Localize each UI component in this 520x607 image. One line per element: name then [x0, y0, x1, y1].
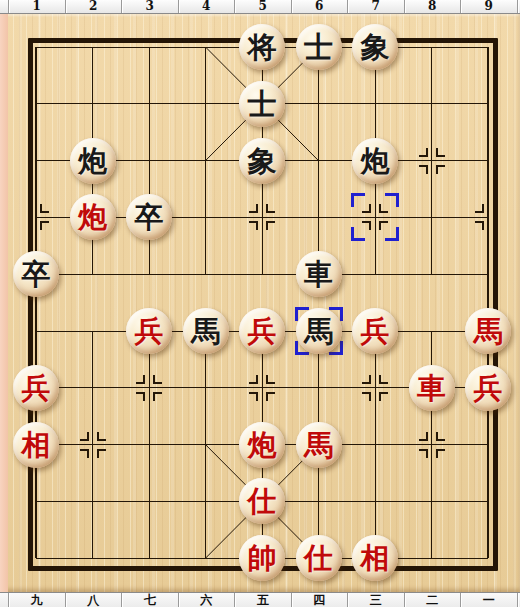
point-marker: [136, 392, 145, 401]
file-label-top-1: 1: [8, 0, 65, 13]
file-coordinates-bottom: 九八七六五四三二一: [0, 592, 520, 607]
file-label-bottom-2: 八: [65, 593, 122, 607]
piece-black-cannon[interactable]: 炮: [352, 138, 398, 184]
xiangqi-app-window: 123456789 将士象士炮象炮炮卒卒車兵馬兵馬兵馬兵車兵相炮馬仕帥仕相 九八…: [0, 0, 520, 607]
point-marker: [97, 449, 106, 458]
piece-glyph: 象: [239, 138, 285, 184]
piece-glyph: 仕: [296, 535, 342, 581]
point-marker: [266, 392, 275, 401]
file-coordinates-top: 123456789: [0, 0, 520, 14]
piece-glyph: 象: [352, 24, 398, 70]
file-label-top-2: 2: [65, 0, 122, 13]
piece-red-elephant[interactable]: 相: [13, 422, 59, 468]
strip-tail: [517, 0, 520, 13]
piece-black-advisor[interactable]: 士: [239, 81, 285, 127]
piece-glyph: 将: [239, 24, 285, 70]
point-marker: [436, 449, 445, 458]
point-marker: [153, 375, 162, 384]
piece-red-soldier[interactable]: 兵: [465, 365, 511, 411]
file-label-bottom-5: 五: [234, 593, 291, 607]
piece-glyph: 馬: [465, 308, 511, 354]
point-marker: [419, 165, 428, 174]
file-label-bottom-7: 三: [347, 593, 404, 607]
piece-red-general[interactable]: 帥: [239, 535, 285, 581]
piece-glyph: 炮: [352, 138, 398, 184]
bracket-corner: [351, 193, 365, 207]
file-label-bottom-1: 九: [8, 593, 65, 607]
last-move-marker-from: [351, 193, 399, 241]
piece-red-soldier[interactable]: 兵: [126, 308, 172, 354]
piece-glyph: 兵: [352, 308, 398, 354]
point-marker: [249, 204, 258, 213]
piece-black-soldier[interactable]: 卒: [13, 251, 59, 297]
file-label-bottom-9: 一: [460, 593, 517, 607]
piece-glyph: 炮: [239, 422, 285, 468]
piece-glyph: 炮: [70, 194, 116, 240]
point-marker: [475, 221, 484, 230]
piece-black-advisor[interactable]: 士: [296, 24, 342, 70]
point-marker: [40, 204, 49, 213]
file-label-bottom-3: 七: [121, 593, 178, 607]
piece-red-horse[interactable]: 馬: [296, 422, 342, 468]
piece-red-chariot[interactable]: 車: [409, 365, 455, 411]
piece-glyph: 炮: [70, 138, 116, 184]
file-label-bottom-4: 六: [178, 593, 235, 607]
point-marker: [362, 375, 371, 384]
piece-red-soldier[interactable]: 兵: [239, 308, 285, 354]
strip-spacer: [0, 0, 8, 13]
point-marker: [249, 392, 258, 401]
piece-black-horse[interactable]: 馬: [296, 308, 342, 354]
point-marker: [419, 449, 428, 458]
file-label-top-9: 9: [460, 0, 517, 13]
piece-red-advisor[interactable]: 仕: [239, 478, 285, 524]
bracket-corner: [351, 227, 365, 241]
piece-glyph: 車: [409, 365, 455, 411]
file-label-top-5: 5: [234, 0, 291, 13]
piece-red-advisor[interactable]: 仕: [296, 535, 342, 581]
piece-glyph: 馬: [296, 422, 342, 468]
piece-red-soldier[interactable]: 兵: [13, 365, 59, 411]
point-marker: [153, 392, 162, 401]
piece-glyph: 車: [296, 251, 342, 297]
piece-glyph: 士: [239, 81, 285, 127]
file-label-top-3: 3: [121, 0, 178, 13]
piece-red-cannon[interactable]: 炮: [70, 194, 116, 240]
piece-black-elephant[interactable]: 象: [239, 138, 285, 184]
piece-glyph: 兵: [465, 365, 511, 411]
point-marker: [419, 148, 428, 157]
point-marker: [80, 432, 89, 441]
piece-glyph: 兵: [239, 308, 285, 354]
piece-black-soldier[interactable]: 卒: [126, 194, 172, 240]
piece-glyph: 卒: [13, 251, 59, 297]
piece-black-chariot[interactable]: 車: [296, 251, 342, 297]
point-marker: [80, 449, 89, 458]
piece-glyph: 兵: [13, 365, 59, 411]
piece-glyph: 卒: [126, 194, 172, 240]
piece-black-elephant[interactable]: 象: [352, 24, 398, 70]
piece-black-cannon[interactable]: 炮: [70, 138, 116, 184]
piece-glyph: 帥: [239, 535, 285, 581]
piece-glyph: 士: [296, 24, 342, 70]
piece-red-horse[interactable]: 馬: [465, 308, 511, 354]
piece-glyph: 馬: [183, 308, 229, 354]
strip-spacer: [0, 593, 8, 607]
point-marker: [266, 375, 275, 384]
piece-black-horse[interactable]: 馬: [183, 308, 229, 354]
file-label-top-7: 7: [347, 0, 404, 13]
point-marker: [97, 432, 106, 441]
window-edge-strip: [0, 14, 8, 592]
strip-tail: [517, 593, 520, 607]
file-label-top-6: 6: [291, 0, 348, 13]
point-marker: [436, 165, 445, 174]
piece-red-elephant[interactable]: 相: [352, 535, 398, 581]
piece-glyph: 兵: [126, 308, 172, 354]
point-marker: [436, 432, 445, 441]
piece-glyph: 相: [13, 422, 59, 468]
piece-black-general[interactable]: 将: [239, 24, 285, 70]
bracket-corner: [385, 193, 399, 207]
piece-red-soldier[interactable]: 兵: [352, 308, 398, 354]
point-marker: [249, 375, 258, 384]
piece-glyph: 馬: [296, 308, 342, 354]
point-marker: [419, 432, 428, 441]
point-marker: [362, 392, 371, 401]
piece-red-cannon[interactable]: 炮: [239, 422, 285, 468]
point-marker: [40, 221, 49, 230]
point-marker: [266, 204, 275, 213]
file-label-top-4: 4: [178, 0, 235, 13]
point-marker: [379, 375, 388, 384]
piece-glyph: 仕: [239, 478, 285, 524]
point-marker: [475, 204, 484, 213]
point-marker: [249, 221, 258, 230]
point-marker: [266, 221, 275, 230]
bracket-corner: [385, 227, 399, 241]
file-label-bottom-6: 四: [291, 593, 348, 607]
point-marker: [379, 392, 388, 401]
point-marker: [136, 375, 145, 384]
point-marker: [436, 148, 445, 157]
file-label-bottom-8: 二: [404, 593, 461, 607]
piece-glyph: 相: [352, 535, 398, 581]
file-label-top-8: 8: [404, 0, 461, 13]
